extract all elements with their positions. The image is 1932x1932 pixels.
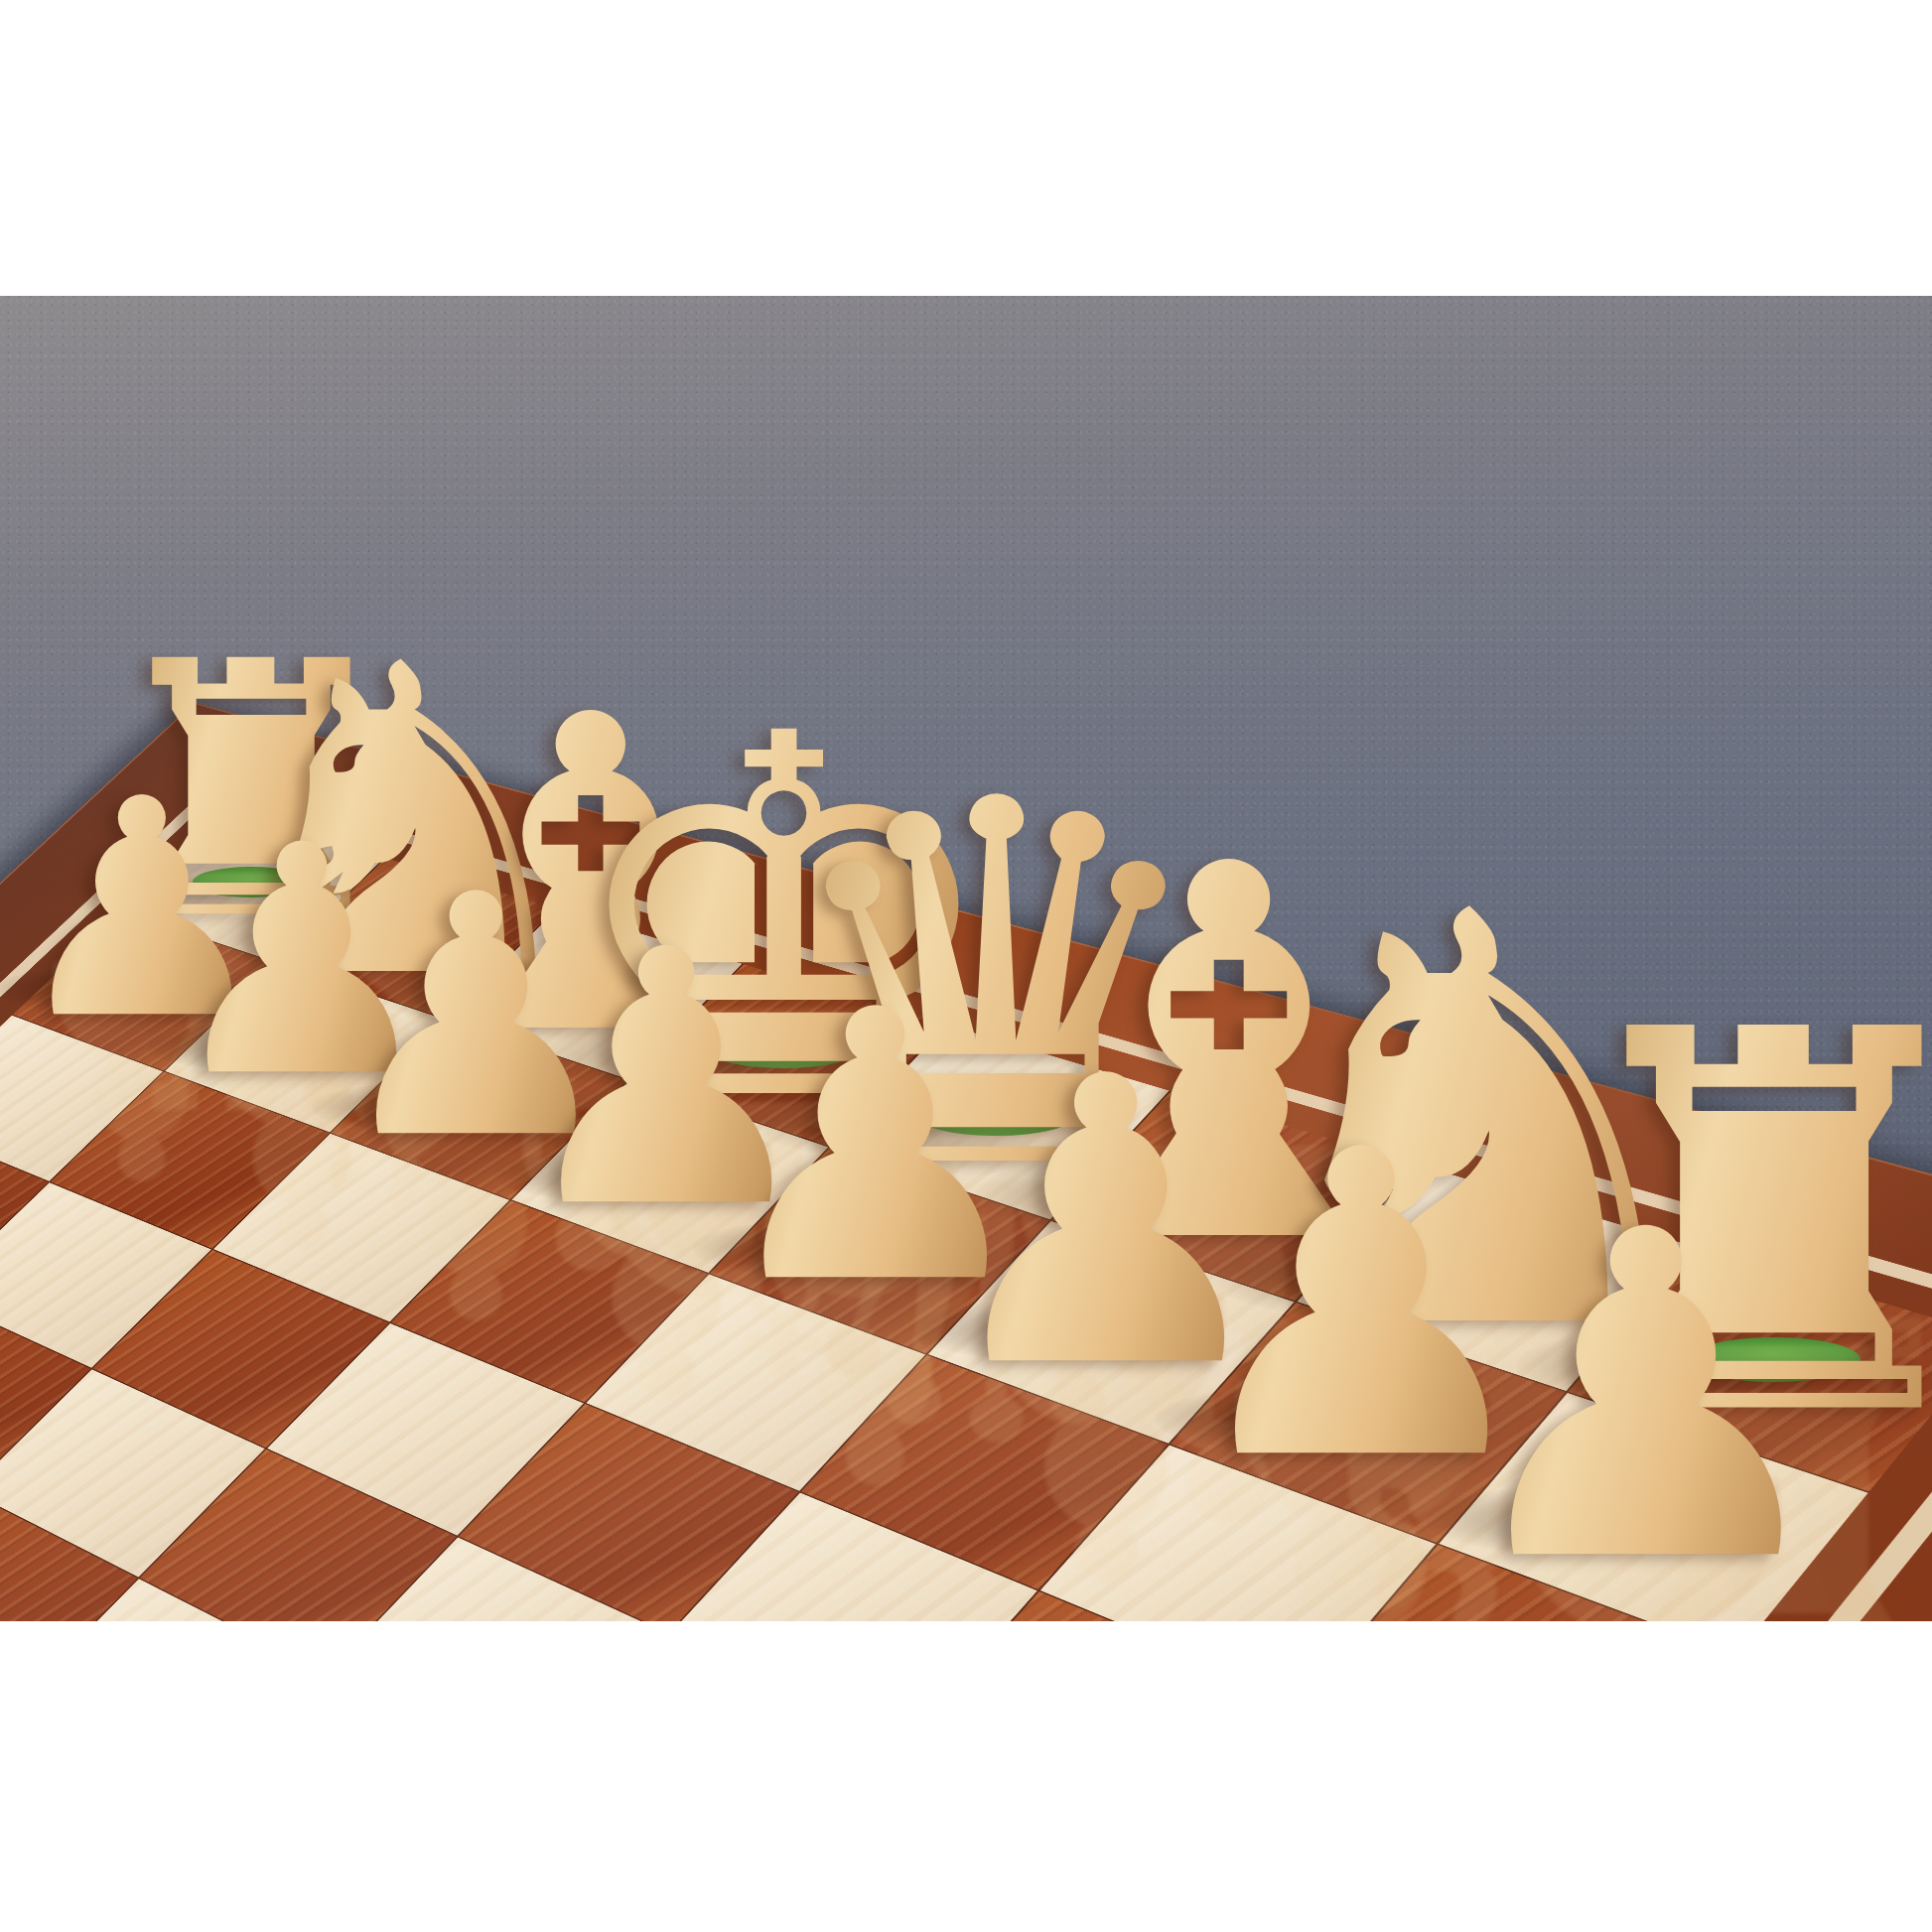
pawn-glyph-icon: ♟ [1445, 1173, 1849, 1624]
chess-set-product-photo: ♟♟♟♟♟♟♟♟♟♟♟♟♟♟♟♟♜♜♞♞♝♝♛♛♚♚♝♝♞♞♜♜ [0, 0, 1932, 1932]
bottom-white-margin [0, 1621, 1932, 1932]
top-white-margin [0, 0, 1932, 296]
